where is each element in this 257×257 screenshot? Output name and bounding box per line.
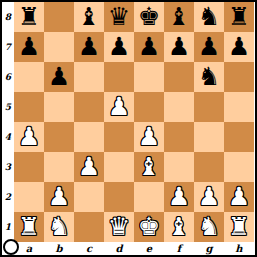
square-a6[interactable]: [14, 62, 44, 92]
square-d6[interactable]: [104, 62, 134, 92]
square-b2[interactable]: ♟: [44, 182, 74, 212]
piece-black-rook[interactable]: ♜: [18, 2, 40, 32]
rank-label-3: 3: [2, 152, 14, 182]
piece-black-pawn[interactable]: ♟: [228, 32, 250, 62]
square-b7[interactable]: [44, 32, 74, 62]
file-label-h: h: [224, 242, 254, 255]
square-f1[interactable]: ♝: [164, 212, 194, 242]
square-a8[interactable]: ♜: [14, 2, 44, 32]
square-h8[interactable]: ♜: [224, 2, 254, 32]
rank-labels: 87654321: [2, 2, 14, 242]
piece-white-pawn[interactable]: ♟: [108, 92, 130, 122]
square-f2[interactable]: ♟: [164, 182, 194, 212]
square-g8[interactable]: ♞: [194, 2, 224, 32]
file-label-e: e: [134, 242, 164, 255]
file-label-b: b: [44, 242, 74, 255]
piece-black-rook[interactable]: ♜: [228, 2, 250, 32]
square-e1[interactable]: ♚: [134, 212, 164, 242]
square-d4[interactable]: [104, 122, 134, 152]
square-b1[interactable]: ♞: [44, 212, 74, 242]
piece-white-pawn[interactable]: ♟: [138, 122, 160, 152]
square-g4[interactable]: [194, 122, 224, 152]
piece-white-king[interactable]: ♚: [138, 212, 160, 242]
piece-black-king[interactable]: ♚: [138, 2, 160, 32]
square-e7[interactable]: ♟: [134, 32, 164, 62]
piece-white-queen[interactable]: ♛: [108, 212, 130, 242]
square-e5[interactable]: [134, 92, 164, 122]
white-to-move-indicator: [3, 239, 19, 255]
square-g7[interactable]: ♟: [194, 32, 224, 62]
rank-label-2: 2: [2, 182, 14, 212]
square-g5[interactable]: [194, 92, 224, 122]
square-c5[interactable]: [74, 92, 104, 122]
piece-white-rook[interactable]: ♜: [18, 212, 40, 242]
square-d5[interactable]: ♟: [104, 92, 134, 122]
piece-white-pawn[interactable]: ♟: [48, 182, 70, 212]
square-f4[interactable]: [164, 122, 194, 152]
square-f7[interactable]: ♟: [164, 32, 194, 62]
square-c3[interactable]: ♟: [74, 152, 104, 182]
file-label-f: f: [164, 242, 194, 255]
piece-white-pawn[interactable]: ♟: [228, 182, 250, 212]
piece-white-pawn[interactable]: ♟: [168, 182, 190, 212]
square-h6[interactable]: [224, 62, 254, 92]
square-g3[interactable]: [194, 152, 224, 182]
square-a5[interactable]: [14, 92, 44, 122]
chess-diagram: 87654321 ♜♝♛♚♝♞♜♟♟♟♟♟♟♟♟♞♟♟♟♟♝♟♟♟♟♜♞♛♚♝♞…: [0, 0, 257, 257]
square-b5[interactable]: [44, 92, 74, 122]
square-g2[interactable]: ♟: [194, 182, 224, 212]
square-a7[interactable]: ♟: [14, 32, 44, 62]
square-g6[interactable]: ♞: [194, 62, 224, 92]
square-e8[interactable]: ♚: [134, 2, 164, 32]
square-b4[interactable]: [44, 122, 74, 152]
file-label-g: g: [194, 242, 224, 255]
piece-black-pawn[interactable]: ♟: [138, 32, 160, 62]
piece-white-pawn[interactable]: ♟: [18, 122, 40, 152]
piece-black-knight[interactable]: ♞: [198, 2, 220, 32]
file-labels: abcdefgh: [14, 242, 254, 255]
rank-label-5: 5: [2, 92, 14, 122]
piece-black-pawn[interactable]: ♟: [168, 32, 190, 62]
piece-white-rook[interactable]: ♜: [228, 212, 250, 242]
square-f8[interactable]: ♝: [164, 2, 194, 32]
square-a1[interactable]: ♜: [14, 212, 44, 242]
square-h4[interactable]: [224, 122, 254, 152]
square-e2[interactable]: [134, 182, 164, 212]
square-h1[interactable]: ♜: [224, 212, 254, 242]
piece-black-bishop[interactable]: ♝: [78, 2, 100, 32]
square-c4[interactable]: [74, 122, 104, 152]
square-a3[interactable]: [14, 152, 44, 182]
piece-white-knight[interactable]: ♞: [48, 212, 70, 242]
piece-black-knight[interactable]: ♞: [198, 62, 220, 92]
piece-black-pawn[interactable]: ♟: [48, 62, 70, 92]
piece-black-bishop[interactable]: ♝: [168, 2, 190, 32]
square-c6[interactable]: [74, 62, 104, 92]
file-label-c: c: [74, 242, 104, 255]
chess-board[interactable]: ♜♝♛♚♝♞♜♟♟♟♟♟♟♟♟♞♟♟♟♟♝♟♟♟♟♜♞♛♚♝♞♜: [14, 2, 254, 242]
square-a4[interactable]: ♟: [14, 122, 44, 152]
piece-white-bishop[interactable]: ♝: [138, 152, 160, 182]
square-d1[interactable]: ♛: [104, 212, 134, 242]
square-e4[interactable]: ♟: [134, 122, 164, 152]
square-h2[interactable]: ♟: [224, 182, 254, 212]
piece-black-pawn[interactable]: ♟: [78, 32, 100, 62]
rank-label-4: 4: [2, 122, 14, 152]
square-g1[interactable]: ♞: [194, 212, 224, 242]
piece-white-bishop[interactable]: ♝: [168, 212, 190, 242]
square-h3[interactable]: [224, 152, 254, 182]
file-label-d: d: [104, 242, 134, 255]
square-c7[interactable]: ♟: [74, 32, 104, 62]
piece-black-pawn[interactable]: ♟: [108, 32, 130, 62]
square-f3[interactable]: [164, 152, 194, 182]
square-e6[interactable]: [134, 62, 164, 92]
square-d3[interactable]: [104, 152, 134, 182]
square-b8[interactable]: [44, 2, 74, 32]
piece-white-pawn[interactable]: ♟: [78, 152, 100, 182]
square-d8[interactable]: ♛: [104, 2, 134, 32]
piece-black-queen[interactable]: ♛: [108, 2, 130, 32]
piece-white-knight[interactable]: ♞: [198, 212, 220, 242]
square-e3[interactable]: ♝: [134, 152, 164, 182]
rank-label-8: 8: [2, 2, 14, 32]
square-f5[interactable]: [164, 92, 194, 122]
square-h5[interactable]: [224, 92, 254, 122]
square-d2[interactable]: [104, 182, 134, 212]
square-c8[interactable]: ♝: [74, 2, 104, 32]
square-c2[interactable]: [74, 182, 104, 212]
square-d7[interactable]: ♟: [104, 32, 134, 62]
square-h7[interactable]: ♟: [224, 32, 254, 62]
piece-black-pawn[interactable]: ♟: [198, 32, 220, 62]
square-b6[interactable]: ♟: [44, 62, 74, 92]
square-a2[interactable]: [14, 182, 44, 212]
rank-label-7: 7: [2, 32, 14, 62]
square-f6[interactable]: [164, 62, 194, 92]
square-c1[interactable]: [74, 212, 104, 242]
rank-label-6: 6: [2, 62, 14, 92]
square-b3[interactable]: [44, 152, 74, 182]
rank-label-1: 1: [2, 212, 14, 242]
piece-white-pawn[interactable]: ♟: [198, 182, 220, 212]
piece-black-pawn[interactable]: ♟: [18, 32, 40, 62]
